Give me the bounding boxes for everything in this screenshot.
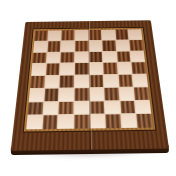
square-f4[interactable] (104, 75, 118, 87)
chess-board (11, 20, 169, 151)
square-d2[interactable] (74, 101, 89, 114)
square-a7[interactable] (33, 41, 47, 51)
square-a6[interactable] (32, 52, 46, 63)
square-h1[interactable] (137, 114, 153, 128)
square-e5[interactable] (89, 63, 103, 74)
square-c2[interactable] (59, 101, 74, 114)
square-g1[interactable] (121, 114, 137, 128)
square-c5[interactable] (60, 63, 74, 74)
square-g2[interactable] (120, 100, 135, 113)
square-c1[interactable] (58, 115, 73, 129)
square-e1[interactable] (90, 115, 105, 129)
square-a4[interactable] (30, 76, 45, 88)
square-h8[interactable] (129, 29, 143, 39)
square-c3[interactable] (59, 88, 73, 100)
square-h6[interactable] (131, 51, 145, 62)
square-b5[interactable] (46, 64, 60, 75)
square-a3[interactable] (29, 89, 44, 101)
square-b3[interactable] (44, 88, 59, 100)
square-d7[interactable] (75, 41, 88, 51)
square-g6[interactable] (117, 51, 131, 62)
square-f5[interactable] (103, 63, 117, 74)
square-e6[interactable] (89, 51, 102, 62)
square-d3[interactable] (74, 88, 88, 100)
square-c4[interactable] (60, 75, 74, 87)
square-b2[interactable] (43, 102, 58, 115)
square-a8[interactable] (34, 31, 47, 41)
square-b8[interactable] (48, 30, 61, 40)
square-b4[interactable] (45, 76, 59, 88)
square-f1[interactable] (106, 115, 121, 129)
square-e4[interactable] (89, 75, 103, 87)
square-g7[interactable] (116, 40, 130, 50)
square-h3[interactable] (134, 87, 149, 99)
square-h7[interactable] (130, 40, 144, 50)
square-f2[interactable] (105, 101, 120, 114)
square-h5[interactable] (132, 62, 147, 73)
square-c7[interactable] (61, 41, 74, 51)
square-h4[interactable] (133, 74, 148, 86)
square-b6[interactable] (47, 52, 61, 63)
square-e7[interactable] (89, 40, 102, 50)
square-g4[interactable] (118, 75, 133, 87)
photo-background (0, 0, 176, 176)
square-e2[interactable] (90, 101, 105, 114)
square-d1[interactable] (74, 115, 89, 129)
square-b1[interactable] (42, 115, 57, 129)
square-d5[interactable] (75, 63, 89, 74)
square-h2[interactable] (135, 100, 151, 113)
square-c8[interactable] (62, 30, 75, 40)
square-f8[interactable] (102, 30, 115, 40)
square-a1[interactable] (26, 116, 42, 130)
square-d6[interactable] (75, 52, 88, 63)
square-e8[interactable] (89, 30, 102, 40)
square-f7[interactable] (102, 40, 115, 50)
square-d4[interactable] (75, 75, 89, 87)
square-g8[interactable] (115, 29, 128, 39)
board-photo (0, 0, 176, 176)
square-e3[interactable] (90, 88, 104, 100)
square-f3[interactable] (104, 87, 119, 99)
square-b7[interactable] (47, 41, 60, 51)
square-c6[interactable] (61, 52, 74, 63)
square-f6[interactable] (103, 51, 117, 62)
square-a5[interactable] (31, 64, 45, 75)
square-d8[interactable] (75, 30, 88, 40)
square-a2[interactable] (28, 102, 43, 115)
square-g3[interactable] (119, 87, 134, 99)
square-g5[interactable] (118, 63, 132, 74)
